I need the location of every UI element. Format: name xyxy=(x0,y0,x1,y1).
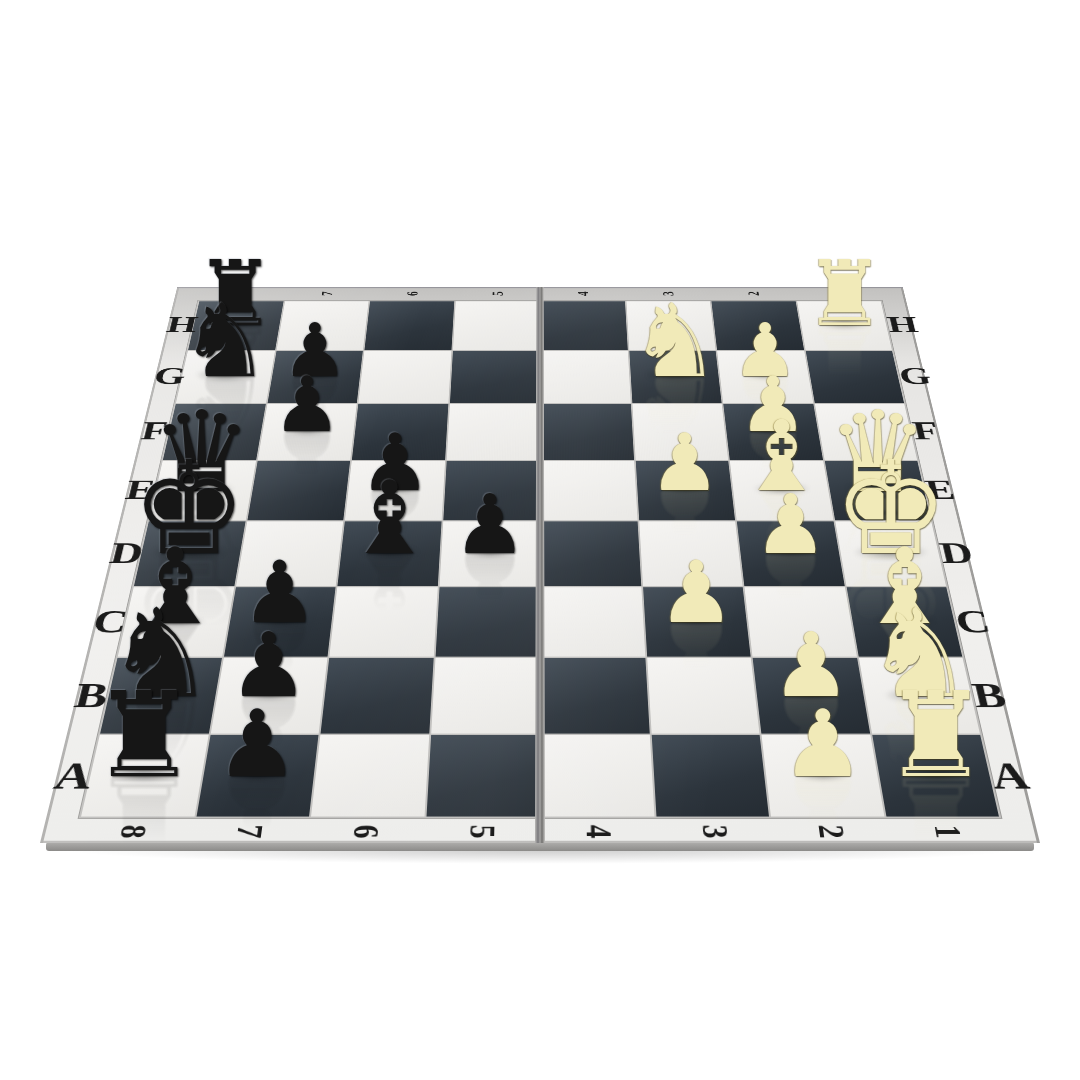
square-c8[interactable] xyxy=(118,587,234,657)
square-c7[interactable] xyxy=(224,587,336,657)
square-d5[interactable] xyxy=(439,521,539,585)
square-f7[interactable] xyxy=(257,404,356,460)
square-c4[interactable] xyxy=(541,587,645,657)
square-h3[interactable] xyxy=(626,301,715,350)
square-b5[interactable] xyxy=(431,658,539,733)
board-fold-seam xyxy=(535,287,545,843)
square-b3[interactable] xyxy=(647,658,760,733)
square-b6[interactable] xyxy=(321,658,434,733)
square-a4[interactable] xyxy=(541,735,654,817)
square-c6[interactable] xyxy=(329,587,437,657)
chess-board: HGFEDCBAHGFEDCBA8765432187654321 xyxy=(40,287,1040,843)
square-e3[interactable] xyxy=(635,461,735,521)
square-b4[interactable] xyxy=(541,658,649,733)
board-side-edge xyxy=(46,842,1034,851)
square-d2[interactable] xyxy=(737,521,844,585)
square-g6[interactable] xyxy=(358,351,451,403)
square-b2[interactable] xyxy=(753,658,870,733)
square-b8[interactable] xyxy=(100,658,221,733)
square-f5[interactable] xyxy=(446,404,539,460)
square-c2[interactable] xyxy=(744,587,856,657)
square-g5[interactable] xyxy=(450,351,540,403)
square-h6[interactable] xyxy=(364,301,453,350)
square-d7[interactable] xyxy=(236,521,343,585)
square-f1[interactable] xyxy=(815,404,917,460)
square-e7[interactable] xyxy=(247,461,350,521)
square-h7[interactable] xyxy=(276,301,368,350)
square-a1[interactable] xyxy=(872,735,999,817)
square-b1[interactable] xyxy=(858,658,979,733)
square-d3[interactable] xyxy=(639,521,743,585)
square-e2[interactable] xyxy=(730,461,833,521)
square-f8[interactable] xyxy=(163,404,265,460)
square-f4[interactable] xyxy=(541,404,634,460)
square-g2[interactable] xyxy=(717,351,813,403)
square-d8[interactable] xyxy=(134,521,245,585)
square-e5[interactable] xyxy=(443,461,539,521)
square-h8[interactable] xyxy=(188,301,283,350)
square-a8[interactable] xyxy=(81,735,208,817)
square-g3[interactable] xyxy=(629,351,722,403)
square-a2[interactable] xyxy=(761,735,883,817)
square-h5[interactable] xyxy=(453,301,540,350)
square-e6[interactable] xyxy=(345,461,445,521)
product-photo: HGFEDCBAHGFEDCBA8765432187654321 ♜♜♜♜♞♞♟… xyxy=(0,0,1080,1080)
square-a5[interactable] xyxy=(426,735,539,817)
square-h2[interactable] xyxy=(711,301,803,350)
square-a7[interactable] xyxy=(196,735,318,817)
square-e1[interactable] xyxy=(824,461,931,521)
square-e4[interactable] xyxy=(541,461,637,521)
square-h4[interactable] xyxy=(541,301,628,350)
square-f2[interactable] xyxy=(723,404,822,460)
square-a3[interactable] xyxy=(651,735,769,817)
square-d1[interactable] xyxy=(835,521,946,585)
square-d6[interactable] xyxy=(337,521,441,585)
square-h1[interactable] xyxy=(797,301,892,350)
square-g1[interactable] xyxy=(805,351,904,403)
square-g8[interactable] xyxy=(176,351,275,403)
square-c3[interactable] xyxy=(643,587,751,657)
square-c5[interactable] xyxy=(435,587,539,657)
square-f6[interactable] xyxy=(352,404,448,460)
square-d4[interactable] xyxy=(541,521,641,585)
square-e8[interactable] xyxy=(149,461,256,521)
square-a6[interactable] xyxy=(311,735,429,817)
square-b7[interactable] xyxy=(210,658,327,733)
square-g7[interactable] xyxy=(267,351,363,403)
square-g4[interactable] xyxy=(541,351,631,403)
square-c1[interactable] xyxy=(846,587,962,657)
square-f3[interactable] xyxy=(632,404,728,460)
